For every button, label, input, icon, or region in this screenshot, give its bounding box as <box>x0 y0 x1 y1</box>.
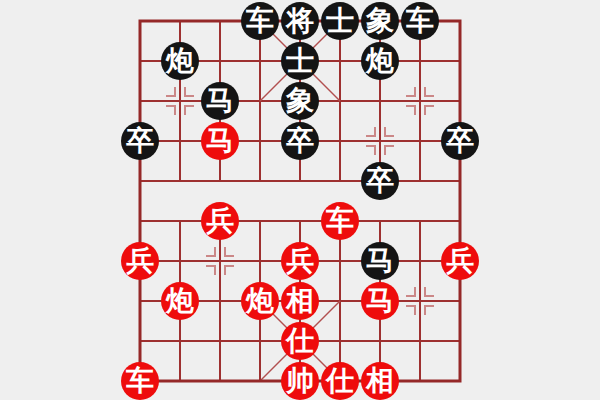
piece-red-soldier[interactable]: 兵 <box>121 242 159 280</box>
piece-red-soldier[interactable]: 兵 <box>441 242 479 280</box>
piece-red-advisor[interactable]: 仕 <box>321 362 359 400</box>
piece-red-cannon[interactable]: 炮 <box>241 282 279 320</box>
piece-black-elephant[interactable]: 象 <box>361 2 399 40</box>
piece-red-horse[interactable]: 马 <box>201 122 239 160</box>
piece-black-chariot[interactable]: 车 <box>241 2 279 40</box>
piece-red-elephant[interactable]: 相 <box>361 362 399 400</box>
piece-black-advisor[interactable]: 士 <box>281 42 319 80</box>
piece-red-horse[interactable]: 马 <box>361 282 399 320</box>
xiangqi-board[interactable]: 车将士象车炮士炮马象卒卒卒卒马马兵车兵兵兵炮炮相马仕车帅仕相 <box>0 0 600 400</box>
piece-red-soldier[interactable]: 兵 <box>201 202 239 240</box>
piece-black-advisor[interactable]: 士 <box>321 2 359 40</box>
piece-black-cannon[interactable]: 炮 <box>361 42 399 80</box>
piece-black-soldier[interactable]: 卒 <box>281 122 319 160</box>
piece-black-chariot[interactable]: 车 <box>401 2 439 40</box>
piece-black-general[interactable]: 将 <box>281 2 319 40</box>
piece-black-horse[interactable]: 马 <box>201 82 239 120</box>
piece-black-soldier[interactable]: 卒 <box>121 122 159 160</box>
piece-black-soldier[interactable]: 卒 <box>441 122 479 160</box>
piece-black-cannon[interactable]: 炮 <box>161 42 199 80</box>
piece-black-horse[interactable]: 马 <box>361 242 399 280</box>
piece-black-elephant[interactable]: 象 <box>281 82 319 120</box>
pieces-layer: 车将士象车炮士炮马象卒卒卒卒马马兵车兵兵兵炮炮相马仕车帅仕相 <box>120 1 480 400</box>
piece-red-general[interactable]: 帅 <box>281 362 319 400</box>
piece-red-elephant[interactable]: 相 <box>281 282 319 320</box>
piece-red-chariot[interactable]: 车 <box>321 202 359 240</box>
piece-red-advisor[interactable]: 仕 <box>281 322 319 360</box>
piece-black-soldier[interactable]: 卒 <box>361 162 399 200</box>
piece-red-soldier[interactable]: 兵 <box>281 242 319 280</box>
piece-red-chariot[interactable]: 车 <box>121 362 159 400</box>
piece-red-cannon[interactable]: 炮 <box>161 282 199 320</box>
